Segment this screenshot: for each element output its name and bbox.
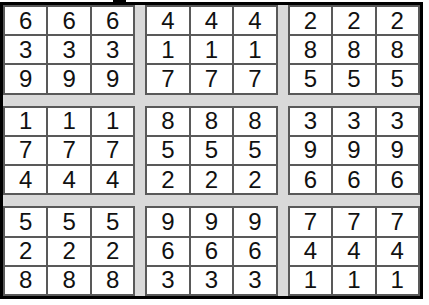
block-bottom-center: 999666333 (145, 206, 277, 296)
grid-cell-r5c8[interactable]: 9 (333, 137, 374, 164)
grid-cell-r4c8[interactable]: 3 (333, 108, 374, 135)
grid-cell-r3c5[interactable]: 7 (191, 65, 232, 92)
grid-cell-r5c5[interactable]: 5 (191, 137, 232, 164)
grid-cell-r6c9[interactable]: 6 (377, 166, 418, 193)
grid-cell-r9c1[interactable]: 8 (5, 267, 46, 294)
block-top-left: 666333999 (3, 5, 135, 95)
grid-cell-r2c4[interactable]: 1 (147, 36, 188, 63)
grid-cell-r2c6[interactable]: 1 (234, 36, 275, 63)
grid-cell-r8c2[interactable]: 2 (48, 238, 89, 265)
grid-cell-r4c2[interactable]: 1 (48, 108, 89, 135)
grid-cell-r5c1[interactable]: 7 (5, 137, 46, 164)
grid-cell-r8c1[interactable]: 2 (5, 238, 46, 265)
grid-cell-r1c8[interactable]: 2 (333, 7, 374, 34)
grid-cell-r6c5[interactable]: 2 (191, 166, 232, 193)
grid-cell-r7c8[interactable]: 7 (333, 208, 374, 235)
grid-cell-r3c8[interactable]: 5 (333, 65, 374, 92)
grid-cell-r2c8[interactable]: 8 (333, 36, 374, 63)
grid-cell-r9c8[interactable]: 1 (333, 267, 374, 294)
grid-cell-r1c6[interactable]: 4 (234, 7, 275, 34)
block-top-center: 444111777 (145, 5, 277, 95)
grid-cell-r9c4[interactable]: 3 (147, 267, 188, 294)
grid-cell-r7c2[interactable]: 5 (48, 208, 89, 235)
grid-cell-r7c7[interactable]: 7 (290, 208, 331, 235)
grid-cell-r7c9[interactable]: 7 (377, 208, 418, 235)
grid-cell-r3c6[interactable]: 7 (234, 65, 275, 92)
grid-cell-r9c2[interactable]: 8 (48, 267, 89, 294)
grid-cell-r5c2[interactable]: 7 (48, 137, 89, 164)
grid-cell-r2c7[interactable]: 8 (290, 36, 331, 63)
grid-cell-r7c6[interactable]: 9 (234, 208, 275, 235)
grid-cell-r8c5[interactable]: 6 (191, 238, 232, 265)
block-middle-left: 111777444 (3, 106, 135, 196)
grid-cell-r6c4[interactable]: 2 (147, 166, 188, 193)
grid-cell-r3c7[interactable]: 5 (290, 65, 331, 92)
grid-cell-r3c2[interactable]: 9 (48, 65, 89, 92)
grid-cell-r2c1[interactable]: 3 (5, 36, 46, 63)
grid-cell-r9c7[interactable]: 1 (290, 267, 331, 294)
grid-cell-r4c5[interactable]: 8 (191, 108, 232, 135)
grid-cell-r6c6[interactable]: 2 (234, 166, 275, 193)
grid-cell-r9c5[interactable]: 3 (191, 267, 232, 294)
grid-cell-r4c3[interactable]: 1 (92, 108, 133, 135)
grid-cell-r8c8[interactable]: 4 (333, 238, 374, 265)
grid-cell-r4c6[interactable]: 8 (234, 108, 275, 135)
grid-cell-r3c1[interactable]: 9 (5, 65, 46, 92)
grid-cell-r2c5[interactable]: 1 (191, 36, 232, 63)
grid-cell-r4c1[interactable]: 1 (5, 108, 46, 135)
grid-cell-r7c3[interactable]: 5 (92, 208, 133, 235)
grid-cell-r9c3[interactable]: 8 (92, 267, 133, 294)
grid-cell-r4c4[interactable]: 8 (147, 108, 188, 135)
grid-cell-r6c8[interactable]: 6 (333, 166, 374, 193)
grid-cell-r4c9[interactable]: 3 (377, 108, 418, 135)
grid-cell-r2c2[interactable]: 3 (48, 36, 89, 63)
grid-cell-r6c7[interactable]: 6 (290, 166, 331, 193)
grid-cell-r2c9[interactable]: 8 (377, 36, 418, 63)
grid-cell-r1c1[interactable]: 6 (5, 7, 46, 34)
grid-cell-r7c5[interactable]: 9 (191, 208, 232, 235)
grid-cell-r5c9[interactable]: 9 (377, 137, 418, 164)
grid-cell-r7c4[interactable]: 9 (147, 208, 188, 235)
block-middle-center: 888555222 (145, 106, 277, 196)
grid-cell-r1c3[interactable]: 6 (92, 7, 133, 34)
block-top-right: 222888555 (288, 5, 420, 95)
grid-cell-r6c3[interactable]: 4 (92, 166, 133, 193)
grid-cell-r8c3[interactable]: 2 (92, 238, 133, 265)
block-bottom-left: 555222888 (3, 206, 135, 296)
block-middle-right: 333999666 (288, 106, 420, 196)
grid-cell-r6c2[interactable]: 4 (48, 166, 89, 193)
grid-cell-r9c9[interactable]: 1 (377, 267, 418, 294)
grid-cell-r3c3[interactable]: 9 (92, 65, 133, 92)
grid-cell-r5c6[interactable]: 5 (234, 137, 275, 164)
block-bottom-right: 777444111 (288, 206, 420, 296)
grid-cell-r8c7[interactable]: 4 (290, 238, 331, 265)
grid-cell-r1c7[interactable]: 2 (290, 7, 331, 34)
grid-cell-r1c4[interactable]: 4 (147, 7, 188, 34)
grid-cell-r7c1[interactable]: 5 (5, 208, 46, 235)
grid-cell-r8c6[interactable]: 6 (234, 238, 275, 265)
grid-cell-r1c9[interactable]: 2 (377, 7, 418, 34)
grid-cell-r6c1[interactable]: 4 (5, 166, 46, 193)
grid-cell-r1c2[interactable]: 6 (48, 7, 89, 34)
grid-cell-r9c6[interactable]: 3 (234, 267, 275, 294)
grid-cell-r8c9[interactable]: 4 (377, 238, 418, 265)
grid-cell-r3c9[interactable]: 5 (377, 65, 418, 92)
grid-cell-r3c4[interactable]: 7 (147, 65, 188, 92)
grid-cell-r4c7[interactable]: 3 (290, 108, 331, 135)
grid-cell-r8c4[interactable]: 6 (147, 238, 188, 265)
grid-cell-r1c5[interactable]: 4 (191, 7, 232, 34)
grid-cell-r5c7[interactable]: 9 (290, 137, 331, 164)
grid-cell-r5c3[interactable]: 7 (92, 137, 133, 164)
number-grid-board: 666333999 444111777 222888555 111777444 … (0, 2, 423, 299)
grid-cell-r5c4[interactable]: 5 (147, 137, 188, 164)
grid-cell-r2c3[interactable]: 3 (92, 36, 133, 63)
